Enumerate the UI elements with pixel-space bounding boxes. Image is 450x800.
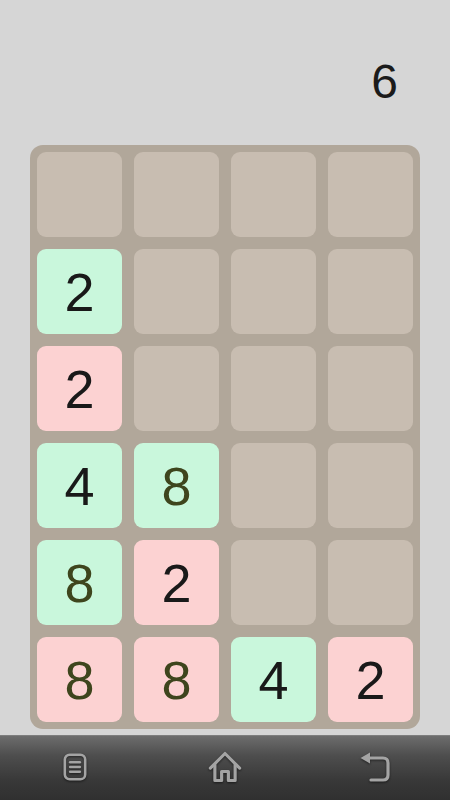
empty-cell (328, 540, 413, 625)
empty-cell (134, 346, 219, 431)
empty-cell (37, 152, 122, 237)
tile-2: 2 (37, 346, 122, 431)
tile-4: 4 (37, 443, 122, 528)
empty-cell (328, 249, 413, 334)
empty-cell (134, 249, 219, 334)
tile-8: 8 (37, 637, 122, 722)
tile-4: 4 (231, 637, 316, 722)
home-icon (207, 750, 243, 787)
empty-cell (328, 346, 413, 431)
empty-cell (134, 152, 219, 237)
tile-2: 2 (328, 637, 413, 722)
tile-8: 8 (134, 443, 219, 528)
tile-8: 8 (37, 540, 122, 625)
tile-8: 8 (134, 637, 219, 722)
back-icon (358, 751, 392, 786)
tile-2: 2 (37, 249, 122, 334)
game-board[interactable]: 2248828842 (30, 145, 420, 729)
android-navbar (0, 735, 450, 800)
empty-cell (231, 443, 316, 528)
tile-2: 2 (134, 540, 219, 625)
empty-cell (231, 249, 316, 334)
menu-icon (62, 752, 88, 785)
empty-cell (231, 152, 316, 237)
score-value: 6 (371, 58, 398, 106)
menu-button[interactable] (0, 736, 150, 800)
back-button[interactable] (300, 736, 450, 800)
app-screen: 6 2248828842 (0, 0, 450, 800)
empty-cell (231, 346, 316, 431)
home-button[interactable] (150, 736, 300, 800)
empty-cell (231, 540, 316, 625)
empty-cell (328, 152, 413, 237)
empty-cell (328, 443, 413, 528)
